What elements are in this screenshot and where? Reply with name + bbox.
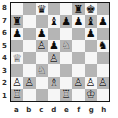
chess-diagram: 87654321 ♛♜♚♜♝♟♟♝♟♟♟♟♙♟♘♞♕♙♘♙♙♗♙♙♙♖♖♔ ab…: [0, 0, 118, 118]
black-pawn-c6: ♟: [37, 28, 47, 39]
square-b4[interactable]: [23, 52, 35, 64]
file-label-h: h: [98, 104, 111, 115]
white-king-g1: ♔: [86, 89, 96, 100]
square-g5[interactable]: [85, 40, 97, 52]
file-label-e: e: [60, 104, 73, 115]
square-e4[interactable]: [60, 52, 72, 64]
square-g7[interactable]: ♝: [85, 15, 97, 27]
file-labels: abcdefgh: [10, 104, 110, 115]
square-h2[interactable]: ♙: [97, 77, 109, 89]
square-d7[interactable]: ♝: [48, 15, 60, 27]
square-h5[interactable]: ♞: [97, 40, 109, 52]
square-h8[interactable]: [97, 3, 109, 15]
square-f1[interactable]: [72, 89, 84, 101]
black-bishop-g7: ♝: [86, 16, 96, 27]
rank-label-6: 6: [0, 27, 9, 40]
square-c6[interactable]: ♟: [36, 28, 48, 40]
white-knight-c3: ♘: [37, 65, 47, 76]
rank-label-3: 3: [0, 65, 9, 78]
rank-label-1: 1: [0, 90, 9, 103]
square-h1[interactable]: [97, 89, 109, 101]
square-d1[interactable]: [48, 89, 60, 101]
square-a8[interactable]: [11, 3, 23, 15]
white-bishop-d2: ♗: [49, 77, 59, 88]
square-d5[interactable]: ♟: [48, 40, 60, 52]
square-b7[interactable]: [23, 15, 35, 27]
square-d6[interactable]: [48, 28, 60, 40]
square-e5[interactable]: ♘: [60, 40, 72, 52]
file-label-c: c: [35, 104, 48, 115]
file-label-f: f: [73, 104, 86, 115]
square-a3[interactable]: [11, 64, 23, 76]
black-pawn-g6: ♟: [86, 28, 96, 39]
square-h4[interactable]: [97, 52, 109, 64]
square-b2[interactable]: ♙: [23, 77, 35, 89]
square-g6[interactable]: ♟: [85, 28, 97, 40]
square-b1[interactable]: [23, 89, 35, 101]
black-pawn-f7: ♟: [73, 16, 83, 27]
black-pawn-e7: ♟: [61, 16, 71, 27]
white-pawn-a2: ♙: [12, 77, 22, 88]
square-a7[interactable]: ♜: [11, 15, 23, 27]
square-a1[interactable]: ♖: [11, 89, 23, 101]
chess-board[interactable]: ♛♜♚♜♝♟♟♝♟♟♟♟♙♟♘♞♕♙♘♙♙♗♙♙♙♖♖♔: [10, 2, 110, 102]
square-e2[interactable]: [60, 77, 72, 89]
square-a6[interactable]: ♟: [11, 28, 23, 40]
square-f5[interactable]: [72, 40, 84, 52]
square-a2[interactable]: ♙: [11, 77, 23, 89]
file-label-b: b: [23, 104, 36, 115]
white-rook-e1: ♖: [61, 89, 71, 100]
square-e6[interactable]: [60, 28, 72, 40]
black-king-g8: ♚: [86, 4, 96, 15]
black-rook-f8: ♜: [73, 4, 83, 15]
square-f4[interactable]: [72, 52, 84, 64]
black-bishop-d7: ♝: [49, 16, 59, 27]
square-e3[interactable]: [60, 64, 72, 76]
square-b3[interactable]: [23, 64, 35, 76]
rank-label-8: 8: [0, 2, 9, 15]
rank-label-5: 5: [0, 40, 9, 53]
square-f6[interactable]: [72, 28, 84, 40]
rank-label-2: 2: [0, 77, 9, 90]
square-a4[interactable]: ♕: [11, 52, 23, 64]
square-b6[interactable]: [23, 28, 35, 40]
square-c5[interactable]: ♙: [36, 40, 48, 52]
square-e7[interactable]: ♟: [60, 15, 72, 27]
square-f3[interactable]: [72, 64, 84, 76]
square-d4[interactable]: ♙: [48, 52, 60, 64]
rank-label-7: 7: [0, 15, 9, 28]
white-knight-e5: ♘: [61, 40, 71, 51]
square-d3[interactable]: [48, 64, 60, 76]
square-f7[interactable]: ♟: [72, 15, 84, 27]
rank-labels: 87654321: [0, 2, 9, 102]
file-label-a: a: [10, 104, 23, 115]
white-pawn-h2: ♙: [98, 77, 108, 88]
white-pawn-g2: ♙: [86, 77, 96, 88]
square-c3[interactable]: ♘: [36, 64, 48, 76]
square-d2[interactable]: ♗: [48, 77, 60, 89]
square-g3[interactable]: [85, 64, 97, 76]
black-pawn-a6: ♟: [12, 28, 22, 39]
square-h3[interactable]: [97, 64, 109, 76]
file-label-d: d: [48, 104, 61, 115]
square-f8[interactable]: ♜: [72, 3, 84, 15]
square-g2[interactable]: ♙: [85, 77, 97, 89]
square-e8[interactable]: [60, 3, 72, 15]
square-f2[interactable]: ♙: [72, 77, 84, 89]
square-d8[interactable]: [48, 3, 60, 15]
square-h6[interactable]: [97, 28, 109, 40]
square-c2[interactable]: [36, 77, 48, 89]
square-c1[interactable]: [36, 89, 48, 101]
rank-label-4: 4: [0, 52, 9, 65]
white-queen-a4: ♕: [12, 53, 22, 64]
black-queen-c8: ♛: [37, 4, 47, 15]
square-h7[interactable]: ♟: [97, 15, 109, 27]
white-pawn-b2: ♙: [24, 77, 34, 88]
white-pawn-f2: ♙: [73, 77, 83, 88]
black-pawn-d5: ♟: [49, 40, 59, 51]
white-pawn-c5: ♙: [37, 40, 47, 51]
black-rook-a7: ♜: [12, 16, 22, 27]
square-a5[interactable]: [11, 40, 23, 52]
white-rook-a1: ♖: [12, 89, 22, 100]
square-e1[interactable]: ♖: [60, 89, 72, 101]
white-pawn-d4: ♙: [49, 53, 59, 64]
square-g8[interactable]: ♚: [85, 3, 97, 15]
file-label-g: g: [85, 104, 98, 115]
black-pawn-h7: ♟: [98, 16, 108, 27]
square-c4[interactable]: [36, 52, 48, 64]
square-b8[interactable]: [23, 3, 35, 15]
square-g1[interactable]: ♔: [85, 89, 97, 101]
square-c8[interactable]: ♛: [36, 3, 48, 15]
square-c7[interactable]: [36, 15, 48, 27]
black-knight-h5: ♞: [98, 40, 108, 51]
square-b5[interactable]: [23, 40, 35, 52]
square-g4[interactable]: [85, 52, 97, 64]
